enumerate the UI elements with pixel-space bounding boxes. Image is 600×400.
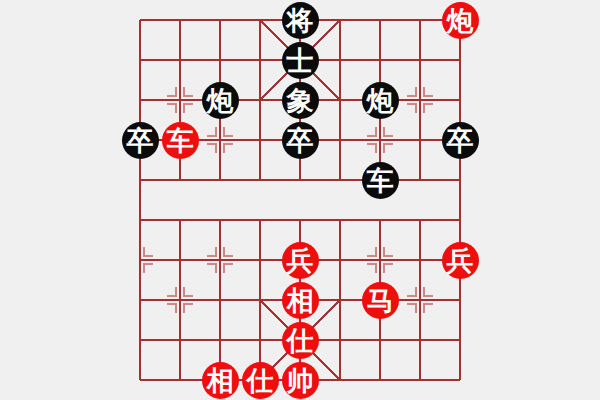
piece-black-general[interactable]: 将: [282, 2, 319, 39]
piece-red-elephant[interactable]: 相: [202, 362, 239, 399]
piece-black-cannon[interactable]: 炮: [362, 82, 399, 119]
piece-red-elephant[interactable]: 相: [282, 282, 319, 319]
piece-black-soldier[interactable]: 卒: [122, 122, 159, 159]
piece-black-elephant[interactable]: 象: [282, 82, 319, 119]
piece-black-soldier[interactable]: 卒: [282, 122, 319, 159]
app-background: 将士象炮炮卒卒卒车炮车兵兵相马仕相仕帅: [0, 0, 600, 400]
piece-black-chariot[interactable]: 车: [362, 162, 399, 199]
piece-red-advisor[interactable]: 仕: [242, 362, 279, 399]
piece-red-soldier[interactable]: 兵: [282, 242, 319, 279]
piece-black-soldier[interactable]: 卒: [442, 122, 479, 159]
piece-red-general[interactable]: 帅: [282, 362, 319, 399]
piece-black-advisor[interactable]: 士: [282, 42, 319, 79]
piece-red-horse[interactable]: 马: [362, 282, 399, 319]
screen: { "game": "xiangqi", "position": { "fen"…: [0, 0, 600, 400]
xiangqi-board: 将士象炮炮卒卒卒车炮车兵兵相马仕相仕帅: [120, 0, 480, 400]
piece-black-cannon[interactable]: 炮: [202, 82, 239, 119]
piece-red-advisor[interactable]: 仕: [282, 322, 319, 359]
piece-red-soldier[interactable]: 兵: [442, 242, 479, 279]
piece-red-cannon[interactable]: 炮: [442, 2, 479, 39]
piece-red-chariot[interactable]: 车: [162, 122, 199, 159]
